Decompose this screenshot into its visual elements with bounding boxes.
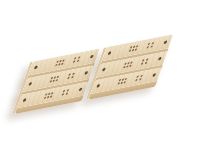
drilled-hole-left [23, 98, 27, 102]
drilled-hole-left [107, 51, 111, 55]
drilled-hole-left [102, 68, 106, 72]
six-pip-engraving [45, 93, 48, 96]
drilled-hole-left [34, 66, 38, 70]
four-pip-engraving [68, 73, 71, 76]
six-pip-engraving [124, 63, 127, 66]
four-pip-engraving [148, 43, 151, 46]
four-pip-engraving [63, 90, 66, 93]
four-pip-engraving [136, 75, 139, 78]
drilled-hole-right [152, 73, 156, 77]
six-pip-engraving [119, 79, 122, 82]
product-photo-stage [0, 0, 200, 150]
drilled-hole-right [158, 57, 162, 61]
drilled-hole-right [79, 87, 83, 91]
four-pip-engraving [74, 57, 77, 60]
drilled-hole-right [90, 55, 94, 59]
plank-stack [13, 34, 173, 111]
drilled-hole-right [163, 40, 167, 44]
drilled-hole-right [84, 71, 88, 75]
six-pip-engraving [130, 46, 133, 49]
drilled-hole-left [96, 84, 100, 88]
drilled-hole-left [28, 82, 32, 86]
six-pip-engraving [51, 77, 54, 80]
four-pip-engraving [142, 59, 145, 62]
six-pip-engraving [56, 60, 59, 63]
